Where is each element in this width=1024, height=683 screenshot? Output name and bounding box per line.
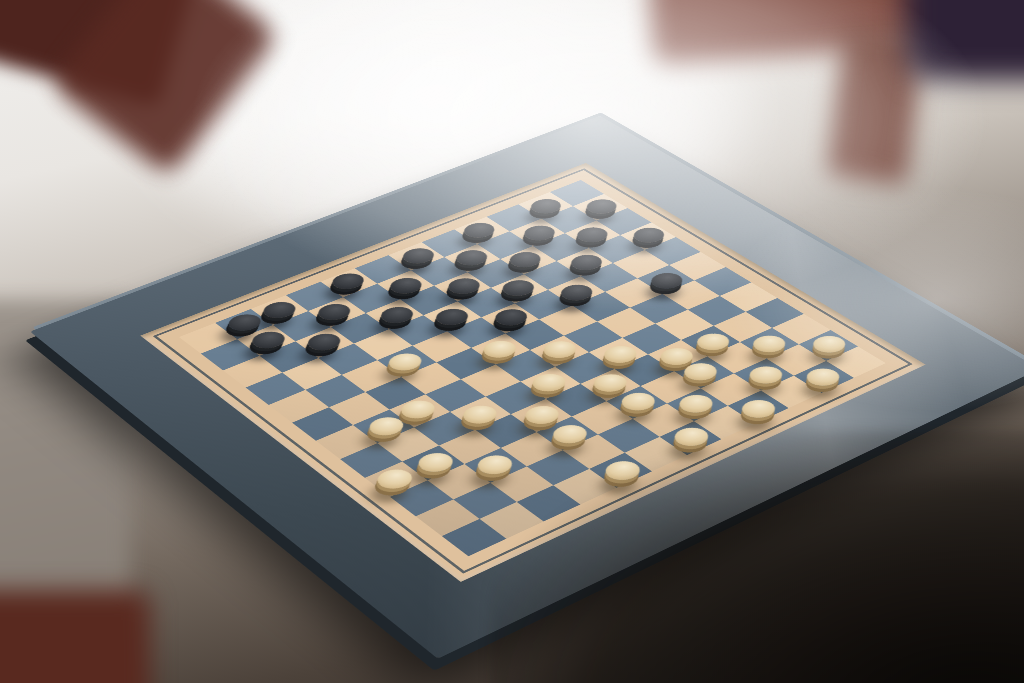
chair-back-left-slat bbox=[50, 0, 279, 177]
table-leg-bottom-left bbox=[0, 590, 150, 683]
chair-leg-right bbox=[826, 26, 924, 185]
chair-back-left bbox=[0, 0, 194, 108]
photo-scene: ⛂⛂⛀⛂⛂⛂⛀⛀⛂⛂⛀⛀⛂⛂⛂⛀⛀⛀⛂⛂⛀⛀⛂⛂⛂⛀⛀⛀⛀⛂⛂⛀⛀⛂⛂⛀⛀⛀⛂⛀… bbox=[0, 0, 1024, 683]
checkers-board: ⛂⛂⛀⛂⛂⛂⛀⛀⛂⛂⛀⛀⛂⛂⛂⛀⛀⛀⛂⛂⛀⛀⛂⛂⛂⛀⛀⛀⛀⛂⛂⛀⛀⛂⛂⛀⛀⛀⛂⛀… bbox=[30, 116, 1024, 659]
dark-background-blob bbox=[905, 0, 1024, 80]
chair-back-right bbox=[647, 0, 953, 65]
